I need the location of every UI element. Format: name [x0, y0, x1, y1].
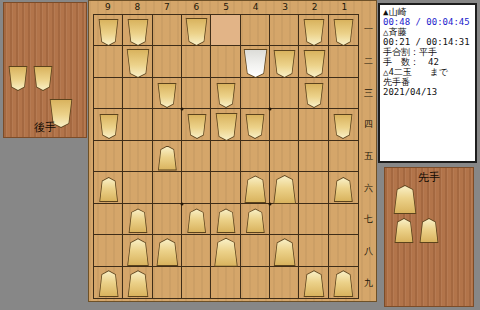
rank-label-七: 七 — [361, 204, 376, 236]
square-7九[interactable] — [153, 267, 182, 298]
square-9二[interactable] — [94, 46, 123, 77]
square-6五[interactable] — [182, 141, 211, 172]
square-2六[interactable] — [299, 172, 328, 203]
move-count: 手 数： 42 — [383, 57, 472, 67]
piece-face: 飛車 — [127, 50, 149, 77]
square-7六[interactable] — [153, 172, 182, 203]
game-date: 2021/04/13 — [383, 87, 472, 97]
piece-face: 歩兵 — [158, 147, 176, 170]
square-9三[interactable] — [94, 78, 123, 109]
piece-face: 桂馬 — [128, 20, 148, 45]
star-point — [269, 108, 272, 111]
file-label-7: 7 — [152, 1, 182, 14]
square-5二[interactable] — [211, 46, 240, 77]
piece-face: 金将 — [274, 51, 295, 77]
piece-face: 桂馬 — [304, 20, 324, 45]
square-5六[interactable] — [211, 172, 240, 203]
piece-face: 銀将 — [245, 176, 266, 202]
square-2八[interactable] — [299, 235, 328, 266]
piece-face: 歩兵 — [420, 219, 438, 242]
square-6二[interactable] — [182, 46, 211, 77]
square-1五[interactable] — [329, 141, 358, 172]
handicap: 手合割：平手 — [383, 47, 472, 57]
turn-indicator: 先手番 — [383, 77, 472, 87]
square-8三[interactable] — [123, 78, 152, 109]
piece-sente-歩兵[interactable]: 歩兵 — [394, 218, 414, 243]
square-9五[interactable] — [94, 141, 123, 172]
piece-face: 歩兵 — [129, 209, 147, 232]
piece-face: 金将 — [274, 239, 295, 265]
piece-face: 角行 — [394, 186, 416, 213]
piece-face: 歩兵 — [100, 178, 118, 201]
piece-face: 歩兵 — [334, 115, 352, 138]
square-8四[interactable] — [123, 109, 152, 140]
square-1八[interactable] — [329, 235, 358, 266]
piece-face: 歩兵 — [100, 115, 118, 138]
piece-face: 香車 — [99, 20, 118, 45]
square-2四[interactable] — [299, 109, 328, 140]
square-7四[interactable] — [153, 109, 182, 140]
square-9七[interactable] — [94, 204, 123, 235]
square-4五[interactable] — [241, 141, 270, 172]
player-sente-name: ▲山崎 — [383, 7, 472, 17]
piece-face: 銀将 — [216, 114, 237, 140]
piece-gote-歩兵[interactable]: 歩兵 — [8, 66, 28, 91]
shogi-board-panel: 987654321 香車桂馬金将桂馬香車飛車玉将金将銀将歩兵歩兵歩兵歩兵歩兵銀将… — [88, 0, 377, 302]
piece-face: 王将 — [215, 239, 238, 266]
piece-face: 銀将 — [304, 51, 325, 77]
piece-face: 歩兵 — [188, 115, 206, 138]
rank-label-五: 五 — [361, 141, 376, 173]
rank-label-八: 八 — [361, 236, 376, 268]
file-labels: 987654321 — [93, 1, 359, 14]
piece-face: 歩兵 — [246, 115, 264, 138]
square-2五[interactable] — [299, 141, 328, 172]
piece-face: 桂馬 — [128, 271, 148, 296]
piece-face: 香車 — [99, 271, 118, 296]
piece-sente-角行[interactable]: 角行 — [393, 185, 417, 214]
file-label-5: 5 — [211, 1, 241, 14]
gote-clock: 00:21 / 00:14:31 — [383, 37, 472, 47]
sente-clock: 00:48 / 00:04:45 — [383, 17, 472, 27]
file-label-9: 9 — [93, 1, 123, 14]
file-label-4: 4 — [241, 1, 271, 14]
rank-label-九: 九 — [361, 267, 376, 299]
square-1七[interactable] — [329, 204, 358, 235]
piece-face: 歩兵 — [305, 84, 323, 107]
file-label-2: 2 — [300, 1, 330, 14]
piece-face: 歩兵 — [217, 209, 235, 232]
square-5九[interactable] — [211, 267, 240, 298]
square-3四[interactable] — [270, 109, 299, 140]
gote-hand-pieces: 歩兵歩兵角行 — [4, 3, 86, 137]
rank-label-一: 一 — [361, 14, 376, 46]
square-3七[interactable] — [270, 204, 299, 235]
square-6六[interactable] — [182, 172, 211, 203]
square-5五[interactable] — [211, 141, 240, 172]
piece-face: 香車 — [334, 271, 353, 296]
square-4九[interactable] — [241, 267, 270, 298]
square-6八[interactable] — [182, 235, 211, 266]
piece-face: 銀将 — [128, 239, 149, 265]
file-label-6: 6 — [182, 1, 212, 14]
file-label-1: 1 — [330, 1, 360, 14]
square-4八[interactable] — [241, 235, 270, 266]
piece-face: 歩兵 — [246, 209, 264, 232]
piece-sente-歩兵[interactable]: 歩兵 — [419, 218, 439, 243]
square-5一[interactable] — [211, 15, 240, 46]
square-6三[interactable] — [182, 78, 211, 109]
rank-label-四: 四 — [361, 109, 376, 141]
square-1二[interactable] — [329, 46, 358, 77]
piece-face: 金将 — [186, 19, 207, 45]
square-7二[interactable] — [153, 46, 182, 77]
square-8六[interactable] — [123, 172, 152, 203]
last-move: △4二玉 まで — [383, 67, 472, 77]
rank-label-三: 三 — [361, 77, 376, 109]
square-7一[interactable] — [153, 15, 182, 46]
piece-face: 歩兵 — [188, 209, 206, 232]
piece-face: 香車 — [334, 20, 353, 45]
piece-face: 飛車 — [274, 176, 296, 203]
gote-hand-label: 後手 — [4, 120, 86, 135]
piece-face: 歩兵 — [395, 219, 413, 242]
square-3三[interactable] — [270, 78, 299, 109]
piece-face: 金将 — [157, 239, 178, 265]
piece-face: 歩兵 — [217, 84, 235, 107]
star-point — [181, 202, 184, 205]
sente-hand-pieces: 角行歩兵歩兵 — [385, 168, 473, 306]
square-7七[interactable] — [153, 204, 182, 235]
piece-face: 桂馬 — [304, 271, 324, 296]
piece-face: 歩兵 — [334, 178, 352, 201]
piece-face: 玉将 — [244, 50, 267, 77]
player-gote-name: △斉藤 — [383, 27, 472, 37]
square-2七[interactable] — [299, 204, 328, 235]
rank-label-二: 二 — [361, 46, 376, 78]
star-point — [269, 202, 272, 205]
piece-gote-歩兵[interactable]: 歩兵 — [33, 66, 53, 91]
info-panel: ▲山崎 00:48 / 00:04:45 △斉藤 00:21 / 00:14:3… — [378, 3, 477, 163]
square-6九[interactable] — [182, 267, 211, 298]
rank-label-六: 六 — [361, 172, 376, 204]
piece-face: 歩兵 — [158, 84, 176, 107]
square-3五[interactable] — [270, 141, 299, 172]
square-4一[interactable] — [241, 15, 270, 46]
piece-face: 歩兵 — [34, 67, 52, 90]
sente-hand-tray: 先手 角行歩兵歩兵 — [384, 167, 474, 307]
file-label-3: 3 — [270, 1, 300, 14]
file-label-8: 8 — [123, 1, 153, 14]
square-3九[interactable] — [270, 267, 299, 298]
square-9八[interactable] — [94, 235, 123, 266]
square-3一[interactable] — [270, 15, 299, 46]
piece-face: 歩兵 — [9, 67, 27, 90]
rank-labels: 一二三四五六七八九 — [361, 14, 376, 299]
square-4三[interactable] — [241, 78, 270, 109]
square-1三[interactable] — [329, 78, 358, 109]
square-8五[interactable] — [123, 141, 152, 172]
board-grid: 香車桂馬金将桂馬香車飛車玉将金将銀将歩兵歩兵歩兵歩兵歩兵銀将歩兵歩兵歩兵歩兵銀将… — [93, 14, 359, 299]
gote-hand-tray: 歩兵歩兵角行 後手 — [3, 2, 87, 138]
star-point — [181, 108, 184, 111]
